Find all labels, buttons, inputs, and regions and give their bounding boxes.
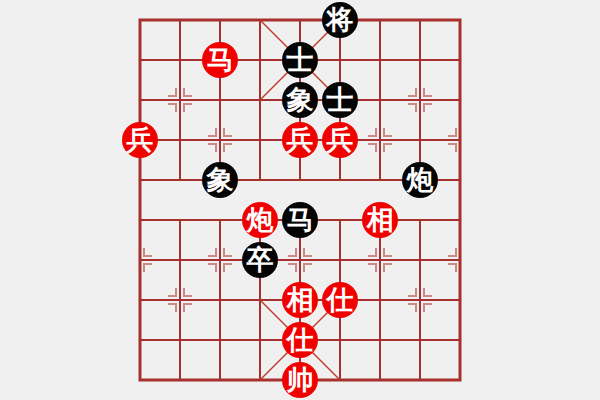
red-pawn[interactable]: 兵	[122, 122, 158, 158]
red-elephant[interactable]: 相	[362, 202, 398, 238]
black-pawn[interactable]: 卒	[242, 242, 278, 278]
red-advisor[interactable]: 仕	[322, 282, 358, 318]
red-elephant[interactable]: 相	[282, 282, 318, 318]
pieces-layer: 将马士象士兵兵兵象炮炮马相卒相仕仕帅	[0, 0, 600, 400]
black-general[interactable]: 将	[322, 2, 358, 38]
red-cannon[interactable]: 炮	[242, 202, 278, 238]
black-elephant[interactable]: 象	[202, 162, 238, 198]
black-advisor[interactable]: 士	[322, 82, 358, 118]
red-advisor[interactable]: 仕	[282, 322, 318, 358]
red-pawn[interactable]: 兵	[322, 122, 358, 158]
black-horse[interactable]: 马	[282, 202, 318, 238]
black-elephant[interactable]: 象	[282, 82, 318, 118]
red-general[interactable]: 帅	[282, 362, 318, 398]
black-advisor[interactable]: 士	[282, 42, 318, 78]
xiangqi-board[interactable]: 将马士象士兵兵兵象炮炮马相卒相仕仕帅	[0, 0, 600, 400]
red-pawn[interactable]: 兵	[282, 122, 318, 158]
red-horse[interactable]: 马	[202, 42, 238, 78]
black-cannon[interactable]: 炮	[402, 162, 438, 198]
